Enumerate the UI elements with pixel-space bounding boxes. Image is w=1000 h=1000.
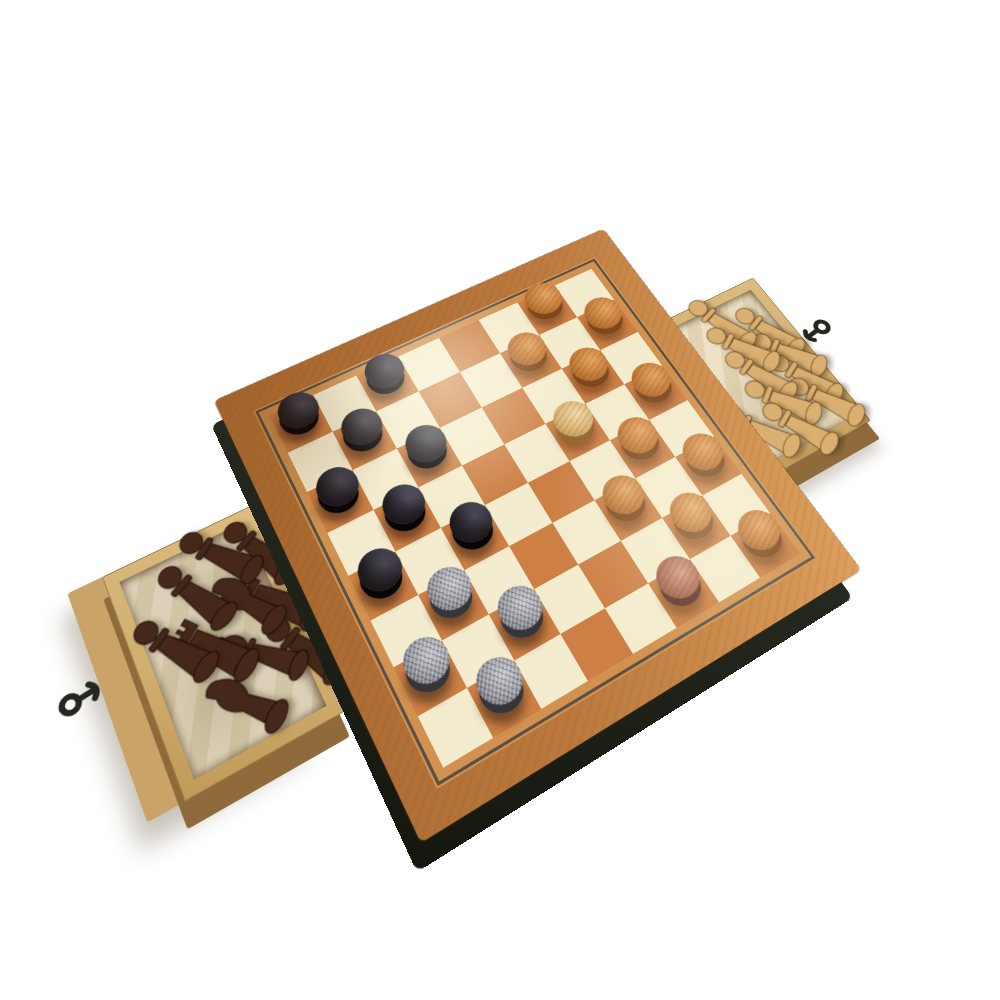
drawer-right-pieces [753,278,870,420]
clasp-icon-left[interactable] [50,671,109,728]
product-photo-stage [0,0,1000,1000]
